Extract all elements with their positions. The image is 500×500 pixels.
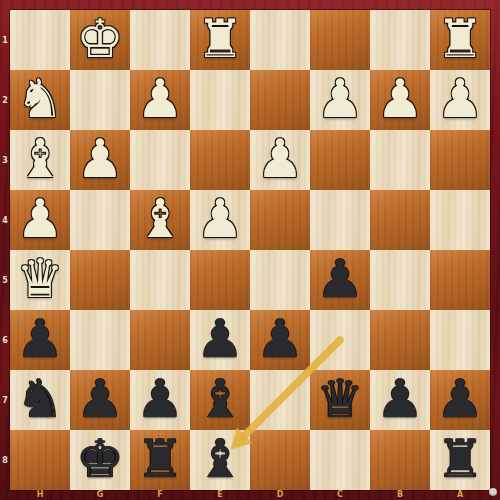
file-label-c: C [310,488,370,500]
chess-board: ♚♜♜♞♟♟♟♟♝♟♟♟♝♟♛♟♟♟♟♞♟♟♝♛♟♟♚♜♝♜ [10,10,490,490]
square-f4[interactable]: ♝ [130,190,190,250]
square-c5[interactable]: ♟ [310,250,370,310]
square-d2[interactable] [250,70,310,130]
chess-board-frame: ♚♜♜♞♟♟♟♟♝♟♟♟♝♟♛♟♟♟♟♞♟♟♝♛♟♟♚♜♝♜ 12345678 … [0,0,500,500]
square-f3[interactable] [130,130,190,190]
square-e2[interactable] [190,70,250,130]
rank-label-4: 4 [0,190,10,250]
square-g7[interactable]: ♟ [70,370,130,430]
square-c6[interactable] [310,310,370,370]
square-c1[interactable] [310,10,370,70]
square-h8[interactable] [10,430,70,490]
piece-white-rook: ♜ [196,12,244,65]
square-e4[interactable]: ♟ [190,190,250,250]
square-e3[interactable] [190,130,250,190]
square-b4[interactable] [370,190,430,250]
square-e6[interactable]: ♟ [190,310,250,370]
file-label-d: D [250,488,310,500]
square-b7[interactable]: ♟ [370,370,430,430]
square-h6[interactable]: ♟ [10,310,70,370]
square-h1[interactable] [10,10,70,70]
square-f8[interactable]: ♜ [130,430,190,490]
square-h7[interactable]: ♞ [10,370,70,430]
square-a7[interactable]: ♟ [430,370,490,430]
square-f2[interactable]: ♟ [130,70,190,130]
square-f6[interactable] [130,310,190,370]
piece-black-pawn: ♟ [136,372,184,425]
square-g3[interactable]: ♟ [70,130,130,190]
piece-white-pawn: ♟ [436,72,484,125]
file-label-b: B [370,488,430,500]
square-g1[interactable]: ♚ [70,10,130,70]
square-g2[interactable] [70,70,130,130]
piece-black-bishop: ♝ [196,432,244,485]
square-d7[interactable] [250,370,310,430]
piece-black-pawn: ♟ [16,312,64,365]
piece-white-pawn: ♟ [16,192,64,245]
square-h5[interactable]: ♛ [10,250,70,310]
piece-black-pawn: ♟ [76,372,124,425]
rank-label-2: 2 [0,70,10,130]
square-c8[interactable] [310,430,370,490]
rank-label-1: 1 [0,10,10,70]
rank-label-6: 6 [0,310,10,370]
file-label-e: E [190,488,250,500]
square-h3[interactable]: ♝ [10,130,70,190]
piece-white-queen: ♛ [16,252,64,305]
square-d5[interactable] [250,250,310,310]
square-g5[interactable] [70,250,130,310]
square-c3[interactable] [310,130,370,190]
piece-white-pawn: ♟ [316,72,364,125]
square-a6[interactable] [430,310,490,370]
square-a2[interactable]: ♟ [430,70,490,130]
piece-black-pawn: ♟ [436,372,484,425]
square-e8[interactable]: ♝ [190,430,250,490]
rank-label-8: 8 [0,430,10,490]
piece-black-rook: ♜ [136,432,184,485]
square-f7[interactable]: ♟ [130,370,190,430]
square-d1[interactable] [250,10,310,70]
square-c4[interactable] [310,190,370,250]
square-b6[interactable] [370,310,430,370]
piece-white-pawn: ♟ [136,72,184,125]
square-b5[interactable] [370,250,430,310]
square-e7[interactable]: ♝ [190,370,250,430]
square-d3[interactable]: ♟ [250,130,310,190]
square-f5[interactable] [130,250,190,310]
piece-black-pawn: ♟ [256,312,304,365]
piece-black-knight: ♞ [16,372,64,425]
square-h4[interactable]: ♟ [10,190,70,250]
square-f1[interactable] [130,10,190,70]
square-a8[interactable]: ♜ [430,430,490,490]
square-a3[interactable] [430,130,490,190]
square-b8[interactable] [370,430,430,490]
square-e5[interactable] [190,250,250,310]
piece-white-rook: ♜ [436,12,484,65]
piece-white-bishop: ♝ [136,192,184,245]
square-b3[interactable] [370,130,430,190]
square-d4[interactable] [250,190,310,250]
white-to-move-indicator [489,488,497,496]
piece-white-king: ♚ [76,12,124,65]
square-a5[interactable] [430,250,490,310]
square-b1[interactable] [370,10,430,70]
square-g6[interactable] [70,310,130,370]
square-h2[interactable]: ♞ [10,70,70,130]
piece-white-bishop: ♝ [16,132,64,185]
piece-black-pawn: ♟ [316,252,364,305]
rank-label-5: 5 [0,250,10,310]
square-c7[interactable]: ♛ [310,370,370,430]
file-label-g: G [70,488,130,500]
piece-white-knight: ♞ [16,72,64,125]
piece-white-pawn: ♟ [196,192,244,245]
square-d6[interactable]: ♟ [250,310,310,370]
piece-black-rook: ♜ [436,432,484,485]
square-a4[interactable] [430,190,490,250]
square-g8[interactable]: ♚ [70,430,130,490]
square-d8[interactable] [250,430,310,490]
piece-black-pawn: ♟ [376,372,424,425]
file-label-h: H [10,488,70,500]
square-g4[interactable] [70,190,130,250]
piece-white-pawn: ♟ [76,132,124,185]
square-c2[interactable]: ♟ [310,70,370,130]
piece-white-pawn: ♟ [256,132,304,185]
piece-white-pawn: ♟ [376,72,424,125]
rank-label-3: 3 [0,130,10,190]
piece-black-bishop: ♝ [196,372,244,425]
square-b2[interactable]: ♟ [370,70,430,130]
piece-black-king: ♚ [76,432,124,485]
square-a1[interactable]: ♜ [430,10,490,70]
rank-label-7: 7 [0,370,10,430]
file-label-f: F [130,488,190,500]
square-e1[interactable]: ♜ [190,10,250,70]
piece-black-queen: ♛ [316,372,364,425]
file-label-a: A [430,488,490,500]
piece-black-pawn: ♟ [196,312,244,365]
